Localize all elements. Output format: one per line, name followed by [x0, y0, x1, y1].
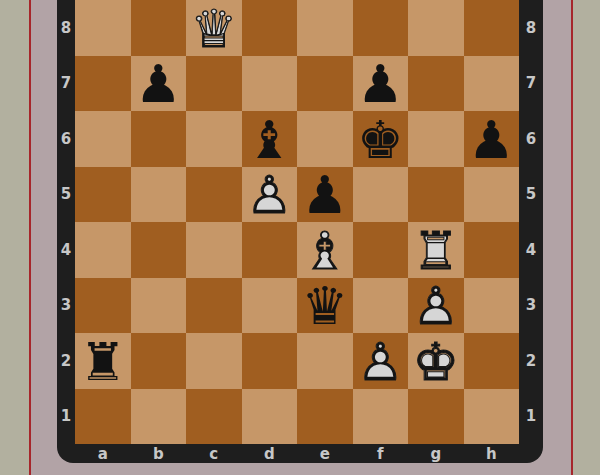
square-d7[interactable] — [242, 56, 298, 112]
rank-label-right-8: 8 — [519, 0, 543, 56]
square-c3[interactable] — [186, 278, 242, 334]
square-f8[interactable] — [353, 0, 409, 56]
square-a2[interactable]: ♜ — [75, 333, 131, 389]
file-label-f: f — [353, 444, 409, 463]
square-f2[interactable]: ♟♙ — [353, 333, 409, 389]
right-gutter — [573, 0, 600, 475]
square-a5[interactable] — [75, 167, 131, 223]
square-d2[interactable] — [242, 333, 298, 389]
square-h7[interactable] — [464, 56, 520, 112]
square-c1[interactable] — [186, 389, 242, 445]
square-f3[interactable] — [353, 278, 409, 334]
piece-white-pawn[interactable]: ♟♙ — [242, 167, 298, 223]
square-g4[interactable]: ♜♖ — [408, 222, 464, 278]
square-g3[interactable]: ♟♙ — [408, 278, 464, 334]
square-d8[interactable] — [242, 0, 298, 56]
square-b7[interactable]: ♟ — [131, 56, 187, 112]
square-d1[interactable] — [242, 389, 298, 445]
square-b1[interactable] — [131, 389, 187, 445]
rank-labels-left: 87654321 — [57, 0, 75, 444]
file-label-g: g — [408, 444, 464, 463]
square-b6[interactable] — [131, 111, 187, 167]
square-e8[interactable] — [297, 0, 353, 56]
square-a7[interactable] — [75, 56, 131, 112]
rank-label-right-2: 2 — [519, 333, 543, 389]
piece-black-pawn[interactable]: ♟ — [131, 56, 187, 112]
piece-black-pawn[interactable]: ♟ — [464, 111, 520, 167]
left-red-divider — [29, 0, 31, 475]
square-e6[interactable] — [297, 111, 353, 167]
square-a1[interactable] — [75, 389, 131, 445]
rank-label-left-6: 6 — [57, 111, 75, 167]
chess-board[interactable]: ♛♕♟♟♝♚♟♟♙♟♝♗♜♖♛♟♙♜♟♙♚♔ — [75, 0, 519, 444]
square-c7[interactable] — [186, 56, 242, 112]
piece-white-pawn[interactable]: ♟♙ — [408, 278, 464, 334]
rank-label-right-6: 6 — [519, 111, 543, 167]
square-f4[interactable] — [353, 222, 409, 278]
rank-label-left-5: 5 — [57, 167, 75, 223]
square-e5[interactable]: ♟ — [297, 167, 353, 223]
piece-black-king[interactable]: ♚ — [353, 111, 409, 167]
rank-label-left-4: 4 — [57, 222, 75, 278]
square-g1[interactable] — [408, 389, 464, 445]
square-h2[interactable] — [464, 333, 520, 389]
file-label-e: e — [297, 444, 353, 463]
rank-label-right-1: 1 — [519, 389, 543, 445]
square-d4[interactable] — [242, 222, 298, 278]
rank-label-right-3: 3 — [519, 278, 543, 334]
square-d6[interactable]: ♝ — [242, 111, 298, 167]
square-g6[interactable] — [408, 111, 464, 167]
square-g8[interactable] — [408, 0, 464, 56]
piece-black-pawn[interactable]: ♟ — [353, 56, 409, 112]
square-g5[interactable] — [408, 167, 464, 223]
square-b3[interactable] — [131, 278, 187, 334]
left-gutter — [0, 0, 29, 475]
square-h1[interactable] — [464, 389, 520, 445]
square-b5[interactable] — [131, 167, 187, 223]
rank-labels-right: 87654321 — [519, 0, 543, 444]
square-e1[interactable] — [297, 389, 353, 445]
file-labels: abcdefgh — [75, 444, 519, 463]
rank-label-left-2: 2 — [57, 333, 75, 389]
chess-board-frame: 87654321 ♛♕♟♟♝♚♟♟♙♟♝♗♜♖♛♟♙♜♟♙♚♔ 87654321… — [57, 0, 543, 463]
rank-label-left-8: 8 — [57, 0, 75, 56]
square-b8[interactable] — [131, 0, 187, 56]
square-h3[interactable] — [464, 278, 520, 334]
screen: 87654321 ♛♕♟♟♝♚♟♟♙♟♝♗♜♖♛♟♙♜♟♙♚♔ 87654321… — [0, 0, 600, 475]
square-f1[interactable] — [353, 389, 409, 445]
square-a6[interactable] — [75, 111, 131, 167]
rank-label-left-3: 3 — [57, 278, 75, 334]
file-label-h: h — [464, 444, 520, 463]
rank-label-right-5: 5 — [519, 167, 543, 223]
square-a4[interactable] — [75, 222, 131, 278]
square-h8[interactable] — [464, 0, 520, 56]
piece-white-rook[interactable]: ♜♖ — [408, 222, 464, 278]
square-g7[interactable] — [408, 56, 464, 112]
square-f7[interactable]: ♟ — [353, 56, 409, 112]
file-label-b: b — [131, 444, 187, 463]
piece-black-rook[interactable]: ♜ — [75, 333, 131, 389]
square-c4[interactable] — [186, 222, 242, 278]
square-b2[interactable] — [131, 333, 187, 389]
square-h4[interactable] — [464, 222, 520, 278]
file-label-c: c — [186, 444, 242, 463]
square-a3[interactable] — [75, 278, 131, 334]
square-b4[interactable] — [131, 222, 187, 278]
square-c8[interactable]: ♛♕ — [186, 0, 242, 56]
rank-label-left-7: 7 — [57, 56, 75, 112]
file-label-d: d — [242, 444, 298, 463]
square-e3[interactable]: ♛ — [297, 278, 353, 334]
square-a8[interactable] — [75, 0, 131, 56]
piece-white-pawn[interactable]: ♟♙ — [353, 333, 409, 389]
square-e4[interactable]: ♝♗ — [297, 222, 353, 278]
square-f5[interactable] — [353, 167, 409, 223]
piece-black-queen[interactable]: ♛ — [297, 278, 353, 334]
rank-label-right-7: 7 — [519, 56, 543, 112]
rank-label-right-4: 4 — [519, 222, 543, 278]
piece-white-king[interactable]: ♚♔ — [408, 333, 464, 389]
square-c2[interactable] — [186, 333, 242, 389]
piece-black-pawn[interactable]: ♟ — [297, 167, 353, 223]
square-e2[interactable] — [297, 333, 353, 389]
square-d3[interactable] — [242, 278, 298, 334]
rank-label-left-1: 1 — [57, 389, 75, 445]
square-h6[interactable]: ♟ — [464, 111, 520, 167]
square-d5[interactable]: ♟♙ — [242, 167, 298, 223]
square-f6[interactable]: ♚ — [353, 111, 409, 167]
file-label-a: a — [75, 444, 131, 463]
piece-white-queen[interactable]: ♛♕ — [186, 0, 242, 56]
square-c5[interactable] — [186, 167, 242, 223]
square-c6[interactable] — [186, 111, 242, 167]
square-e7[interactable] — [297, 56, 353, 112]
square-h5[interactable] — [464, 167, 520, 223]
piece-black-bishop[interactable]: ♝ — [242, 111, 298, 167]
piece-white-bishop[interactable]: ♝♗ — [297, 222, 353, 278]
square-g2[interactable]: ♚♔ — [408, 333, 464, 389]
